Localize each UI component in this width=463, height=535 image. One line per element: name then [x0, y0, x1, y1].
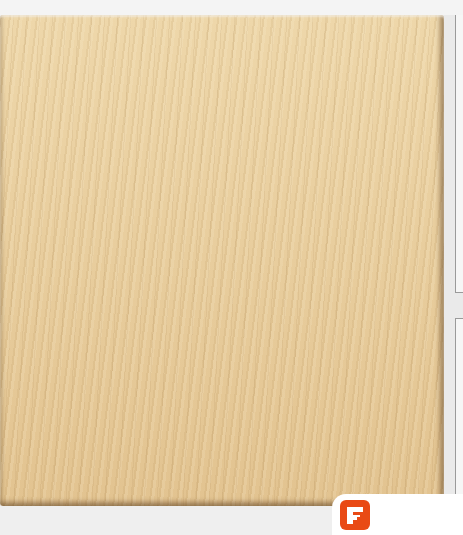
- side-panel: [444, 0, 463, 535]
- watermark: [332, 494, 463, 535]
- xiangqi-board: [0, 15, 444, 506]
- top-coordinates: [0, 0, 463, 15]
- board-intersections: [6, 21, 438, 501]
- fengtu-logo-icon: [340, 500, 370, 530]
- xiangqi-app: [0, 0, 463, 535]
- side-panel-box-top: [455, 12, 463, 293]
